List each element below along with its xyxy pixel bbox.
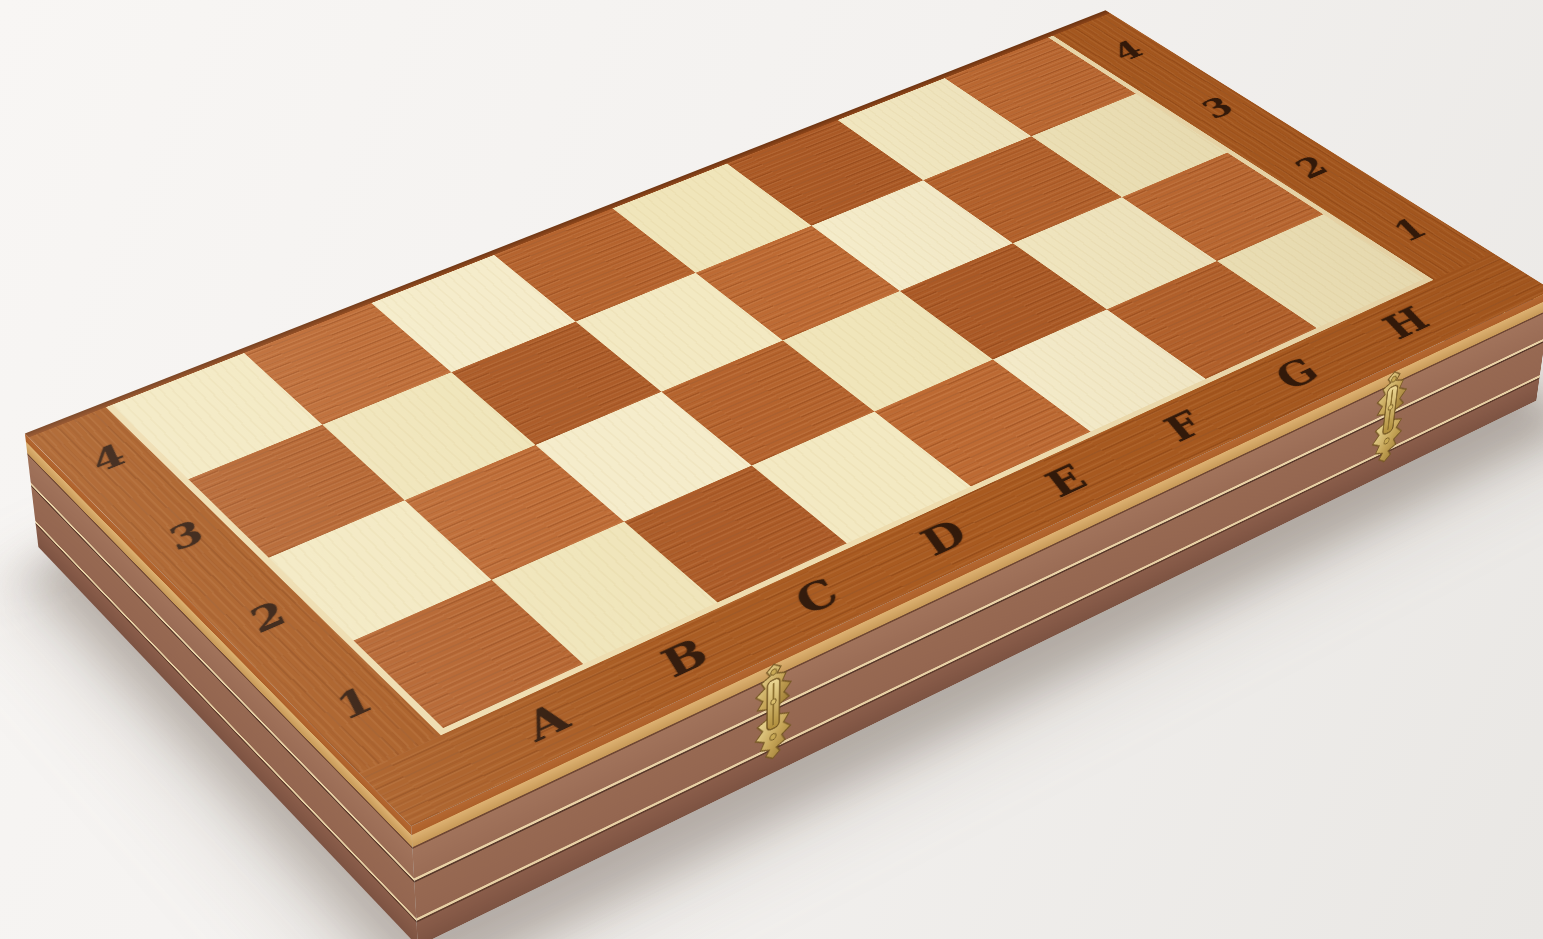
rank-label-far-1: 1 — [1378, 214, 1436, 247]
rank-label-far-2: 2 — [1281, 153, 1338, 184]
square-a1 — [354, 580, 584, 728]
file-label-c: C — [777, 574, 854, 626]
rank-label-near-2: 2 — [234, 597, 294, 640]
front-latch-left — [744, 648, 801, 776]
square-a2 — [269, 500, 492, 640]
file-label-e: E — [1027, 460, 1101, 507]
square-d1 — [752, 412, 971, 544]
square-c1 — [624, 466, 847, 603]
file-label-d: D — [903, 515, 982, 566]
file-label-a: A — [506, 697, 584, 753]
rank-label-near-3: 3 — [153, 517, 211, 558]
file-label-h: H — [1365, 303, 1444, 348]
file-label-f: F — [1146, 407, 1218, 452]
square-a4 — [112, 353, 322, 479]
photo-backdrop: 4321 4321 ABCDEFGH — [0, 0, 1543, 939]
file-label-b: B — [643, 634, 723, 689]
rank-label-far-3: 3 — [1187, 94, 1242, 124]
chess-box: 4321 4321 ABCDEFGH — [25, 10, 1543, 826]
square-e1 — [874, 360, 1090, 487]
square-a3 — [188, 425, 404, 558]
file-label-g: G — [1257, 354, 1334, 400]
rank-label-near-4: 4 — [77, 440, 133, 479]
square-c2 — [535, 392, 751, 522]
square-b2 — [405, 445, 624, 580]
square-b3 — [322, 372, 535, 500]
rank-label-near-1: 1 — [319, 682, 382, 728]
square-b1 — [492, 522, 718, 664]
rank-label-far-4: 4 — [1099, 38, 1152, 67]
front-latch-right — [1360, 358, 1417, 476]
